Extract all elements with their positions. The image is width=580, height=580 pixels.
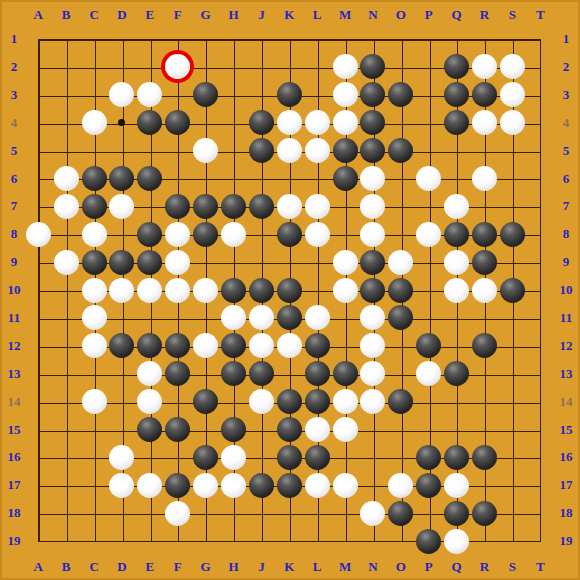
white-stone-Q17	[444, 473, 469, 498]
go-board-screen: ABCDEFGHJKLMNOPQRST ABCDEFGHJKLMNOPQRST …	[0, 0, 580, 580]
black-stone-M6	[333, 166, 358, 191]
row-labels-left: 12345678910111213141516171819	[2, 25, 26, 555]
point-K10	[275, 276, 303, 304]
empty-point-Q12[interactable]	[443, 332, 471, 360]
row-label-10: 10	[554, 276, 578, 304]
empty-point-T14[interactable]	[526, 388, 554, 416]
empty-point-C18[interactable]	[80, 499, 108, 527]
black-stone-F12	[165, 333, 190, 358]
white-stone-G10	[193, 278, 218, 303]
empty-point-H6[interactable]	[220, 165, 248, 193]
empty-point-L19[interactable]	[303, 527, 331, 555]
point-R3	[471, 81, 499, 109]
empty-point-S13[interactable]	[498, 360, 526, 388]
point-E9	[136, 248, 164, 276]
white-stone-K7	[277, 194, 302, 219]
point-B6	[52, 165, 80, 193]
empty-point-T11[interactable]	[526, 304, 554, 332]
point-O17	[387, 471, 415, 499]
empty-point-L3[interactable]	[303, 81, 331, 109]
empty-point-J1[interactable]	[247, 25, 275, 53]
white-stone-L4	[305, 110, 330, 135]
point-Q18	[443, 499, 471, 527]
empty-point-G4[interactable]	[192, 109, 220, 137]
white-stone-B7	[54, 194, 79, 219]
white-stone-G12	[193, 333, 218, 358]
empty-point-B16[interactable]	[52, 443, 80, 471]
point-C4	[80, 109, 108, 137]
black-stone-H13	[221, 361, 246, 386]
empty-point-O16[interactable]	[387, 443, 415, 471]
empty-point-T4[interactable]	[526, 109, 554, 137]
point-L7	[303, 192, 331, 220]
empty-point-A10[interactable]	[24, 276, 52, 304]
white-stone-E10	[137, 278, 162, 303]
empty-point-O6[interactable]	[387, 165, 415, 193]
empty-point-B19[interactable]	[52, 527, 80, 555]
empty-point-S5[interactable]	[498, 137, 526, 165]
empty-point-R19[interactable]	[471, 527, 499, 555]
empty-point-A4[interactable]	[24, 109, 52, 137]
empty-point-M19[interactable]	[331, 527, 359, 555]
empty-point-S18[interactable]	[498, 499, 526, 527]
empty-point-R5[interactable]	[471, 137, 499, 165]
black-stone-E8	[137, 222, 162, 247]
empty-point-P7[interactable]	[415, 192, 443, 220]
white-stone-A8	[26, 222, 51, 247]
black-stone-K16	[277, 445, 302, 470]
empty-point-E18[interactable]	[136, 499, 164, 527]
empty-point-F3[interactable]	[164, 81, 192, 109]
empty-point-K1[interactable]	[275, 25, 303, 53]
empty-point-E19[interactable]	[136, 527, 164, 555]
empty-point-M11[interactable]	[331, 304, 359, 332]
black-stone-J5	[249, 138, 274, 163]
empty-point-N16[interactable]	[359, 443, 387, 471]
black-stone-N5	[360, 138, 385, 163]
empty-point-T18[interactable]	[526, 499, 554, 527]
point-H16	[220, 443, 248, 471]
empty-point-B15[interactable]	[52, 416, 80, 444]
black-stone-K3	[277, 82, 302, 107]
empty-point-M7[interactable]	[331, 192, 359, 220]
empty-point-N1[interactable]	[359, 25, 387, 53]
empty-point-G18[interactable]	[192, 499, 220, 527]
empty-point-D13[interactable]	[108, 360, 136, 388]
empty-point-G1[interactable]	[192, 25, 220, 53]
empty-point-H4[interactable]	[220, 109, 248, 137]
empty-point-R7[interactable]	[471, 192, 499, 220]
empty-point-J19[interactable]	[247, 527, 275, 555]
empty-point-S16[interactable]	[498, 443, 526, 471]
empty-point-R15[interactable]	[471, 416, 499, 444]
empty-point-C5[interactable]	[80, 137, 108, 165]
empty-point-O13[interactable]	[387, 360, 415, 388]
empty-point-J3[interactable]	[247, 81, 275, 109]
empty-point-A1[interactable]	[24, 25, 52, 53]
black-stone-L14	[305, 389, 330, 414]
empty-point-H19[interactable]	[220, 527, 248, 555]
empty-point-E16[interactable]	[136, 443, 164, 471]
black-stone-O5	[388, 138, 413, 163]
row-label-8: 8	[554, 220, 578, 248]
empty-point-B14[interactable]	[52, 388, 80, 416]
empty-point-S19[interactable]	[498, 527, 526, 555]
point-J7	[247, 192, 275, 220]
empty-point-B1[interactable]	[52, 25, 80, 53]
empty-point-O8[interactable]	[387, 220, 415, 248]
row-label-11: 11	[2, 304, 26, 332]
empty-point-N19[interactable]	[359, 527, 387, 555]
empty-point-P9[interactable]	[415, 248, 443, 276]
point-M5	[331, 137, 359, 165]
empty-point-Q1[interactable]	[443, 25, 471, 53]
empty-point-C15[interactable]	[80, 416, 108, 444]
point-D17	[108, 471, 136, 499]
empty-point-N15[interactable]	[359, 416, 387, 444]
empty-point-P14[interactable]	[415, 388, 443, 416]
point-P16	[415, 443, 443, 471]
empty-point-S9[interactable]	[498, 248, 526, 276]
empty-point-F19[interactable]	[164, 527, 192, 555]
empty-point-S15[interactable]	[498, 416, 526, 444]
empty-point-J16[interactable]	[247, 443, 275, 471]
empty-point-E5[interactable]	[136, 137, 164, 165]
white-stone-R6	[472, 166, 497, 191]
empty-point-P5[interactable]	[415, 137, 443, 165]
empty-point-T17[interactable]	[526, 471, 554, 499]
white-stone-M4	[333, 110, 358, 135]
white-stone-N7	[360, 194, 385, 219]
empty-point-B5[interactable]	[52, 137, 80, 165]
empty-point-E2[interactable]	[136, 53, 164, 81]
board-intersections	[24, 25, 554, 555]
point-F12	[164, 332, 192, 360]
empty-point-P18[interactable]	[415, 499, 443, 527]
empty-point-S1[interactable]	[498, 25, 526, 53]
black-stone-O14	[388, 389, 413, 414]
empty-point-B8[interactable]	[52, 220, 80, 248]
empty-point-K9[interactable]	[275, 248, 303, 276]
column-label-G: G	[192, 557, 220, 577]
empty-point-E1[interactable]	[136, 25, 164, 53]
empty-point-F16[interactable]	[164, 443, 192, 471]
empty-point-J2[interactable]	[247, 53, 275, 81]
point-S10	[498, 276, 526, 304]
point-H12	[220, 332, 248, 360]
empty-point-T6[interactable]	[526, 165, 554, 193]
empty-point-S14[interactable]	[498, 388, 526, 416]
empty-point-B2[interactable]	[52, 53, 80, 81]
empty-point-T3[interactable]	[526, 81, 554, 109]
empty-point-D15[interactable]	[108, 416, 136, 444]
empty-point-A13[interactable]	[24, 360, 52, 388]
empty-point-P15[interactable]	[415, 416, 443, 444]
point-D6	[108, 165, 136, 193]
empty-point-R11[interactable]	[471, 304, 499, 332]
empty-point-T19[interactable]	[526, 527, 554, 555]
empty-point-H3[interactable]	[220, 81, 248, 109]
empty-point-A17[interactable]	[24, 471, 52, 499]
point-N5	[359, 137, 387, 165]
empty-point-P4[interactable]	[415, 109, 443, 137]
empty-point-T5[interactable]	[526, 137, 554, 165]
empty-point-A18[interactable]	[24, 499, 52, 527]
point-O11	[387, 304, 415, 332]
empty-point-B18[interactable]	[52, 499, 80, 527]
empty-point-K6[interactable]	[275, 165, 303, 193]
empty-point-T7[interactable]	[526, 192, 554, 220]
empty-point-C13[interactable]	[80, 360, 108, 388]
empty-point-K19[interactable]	[275, 527, 303, 555]
empty-point-R1[interactable]	[471, 25, 499, 53]
empty-point-D1[interactable]	[108, 25, 136, 53]
empty-point-G2[interactable]	[192, 53, 220, 81]
empty-point-C19[interactable]	[80, 527, 108, 555]
empty-point-A7[interactable]	[24, 192, 52, 220]
empty-point-B3[interactable]	[52, 81, 80, 109]
empty-point-R17[interactable]	[471, 471, 499, 499]
empty-point-L1[interactable]	[303, 25, 331, 53]
empty-point-M16[interactable]	[331, 443, 359, 471]
empty-point-A2[interactable]	[24, 53, 52, 81]
empty-point-D8[interactable]	[108, 220, 136, 248]
empty-point-J6[interactable]	[247, 165, 275, 193]
point-E3	[136, 81, 164, 109]
column-label-H: H	[220, 557, 248, 577]
empty-point-H18[interactable]	[220, 499, 248, 527]
empty-point-T10[interactable]	[526, 276, 554, 304]
empty-point-H5[interactable]	[220, 137, 248, 165]
empty-point-F11[interactable]	[164, 304, 192, 332]
empty-point-N17[interactable]	[359, 471, 387, 499]
point-C10	[80, 276, 108, 304]
point-H15	[220, 416, 248, 444]
column-label-C: C	[80, 557, 108, 577]
empty-point-G9[interactable]	[192, 248, 220, 276]
point-B7	[52, 192, 80, 220]
point-K7	[275, 192, 303, 220]
empty-point-P3[interactable]	[415, 81, 443, 109]
empty-point-F1[interactable]	[164, 25, 192, 53]
empty-point-L18[interactable]	[303, 499, 331, 527]
empty-point-Q6[interactable]	[443, 165, 471, 193]
empty-point-B11[interactable]	[52, 304, 80, 332]
point-A8	[24, 220, 52, 248]
empty-point-J8[interactable]	[247, 220, 275, 248]
empty-point-F6[interactable]	[164, 165, 192, 193]
column-label-L: L	[303, 5, 331, 25]
empty-point-P1[interactable]	[415, 25, 443, 53]
empty-point-S6[interactable]	[498, 165, 526, 193]
empty-point-M18[interactable]	[331, 499, 359, 527]
empty-point-A19[interactable]	[24, 527, 52, 555]
empty-point-K2[interactable]	[275, 53, 303, 81]
empty-point-H9[interactable]	[220, 248, 248, 276]
empty-point-L10[interactable]	[303, 276, 331, 304]
column-label-R: R	[471, 557, 499, 577]
point-Q16	[443, 443, 471, 471]
white-stone-G17	[193, 473, 218, 498]
column-labels-top: ABCDEFGHJKLMNOPQRST	[24, 5, 554, 25]
empty-point-H2[interactable]	[220, 53, 248, 81]
white-stone-H11	[221, 305, 246, 330]
empty-point-O15[interactable]	[387, 416, 415, 444]
empty-point-P10[interactable]	[415, 276, 443, 304]
empty-point-G15[interactable]	[192, 416, 220, 444]
empty-point-Q15[interactable]	[443, 416, 471, 444]
empty-point-D14[interactable]	[108, 388, 136, 416]
empty-point-P11[interactable]	[415, 304, 443, 332]
point-D10	[108, 276, 136, 304]
empty-point-A16[interactable]	[24, 443, 52, 471]
point-R4	[471, 109, 499, 137]
empty-point-D4[interactable]	[108, 109, 136, 137]
row-label-18: 18	[2, 499, 26, 527]
empty-point-L6[interactable]	[303, 165, 331, 193]
empty-point-D18[interactable]	[108, 499, 136, 527]
empty-point-G6[interactable]	[192, 165, 220, 193]
empty-point-S17[interactable]	[498, 471, 526, 499]
black-stone-N3	[360, 82, 385, 107]
empty-point-J18[interactable]	[247, 499, 275, 527]
empty-point-T9[interactable]	[526, 248, 554, 276]
empty-point-S7[interactable]	[498, 192, 526, 220]
empty-point-G11[interactable]	[192, 304, 220, 332]
empty-point-M1[interactable]	[331, 25, 359, 53]
empty-point-D2[interactable]	[108, 53, 136, 81]
white-stone-H16	[221, 445, 246, 470]
column-label-O: O	[387, 5, 415, 25]
empty-point-B4[interactable]	[52, 109, 80, 137]
column-label-F: F	[164, 5, 192, 25]
empty-point-E7[interactable]	[136, 192, 164, 220]
empty-point-T1[interactable]	[526, 25, 554, 53]
empty-point-K13[interactable]	[275, 360, 303, 388]
column-label-O: O	[387, 557, 415, 577]
empty-point-R14[interactable]	[471, 388, 499, 416]
black-stone-Q2	[444, 54, 469, 79]
empty-point-D19[interactable]	[108, 527, 136, 555]
empty-point-S11[interactable]	[498, 304, 526, 332]
white-stone-B9	[54, 250, 79, 275]
empty-point-M12[interactable]	[331, 332, 359, 360]
point-F4	[164, 109, 192, 137]
empty-point-T12[interactable]	[526, 332, 554, 360]
empty-point-G13[interactable]	[192, 360, 220, 388]
empty-point-D11[interactable]	[108, 304, 136, 332]
black-stone-M13	[333, 361, 358, 386]
empty-point-J15[interactable]	[247, 416, 275, 444]
point-Q2	[443, 53, 471, 81]
empty-point-C16[interactable]	[80, 443, 108, 471]
white-stone-G5	[193, 138, 218, 163]
white-stone-P6	[416, 166, 441, 191]
empty-point-K18[interactable]	[275, 499, 303, 527]
black-stone-L12	[305, 333, 330, 358]
empty-point-T15[interactable]	[526, 416, 554, 444]
empty-point-C17[interactable]	[80, 471, 108, 499]
empty-point-O7[interactable]	[387, 192, 415, 220]
empty-point-M8[interactable]	[331, 220, 359, 248]
empty-point-D5[interactable]	[108, 137, 136, 165]
empty-point-A14[interactable]	[24, 388, 52, 416]
empty-point-L2[interactable]	[303, 53, 331, 81]
empty-point-C3[interactable]	[80, 81, 108, 109]
point-J17	[247, 471, 275, 499]
empty-point-C1[interactable]	[80, 25, 108, 53]
white-stone-M3	[333, 82, 358, 107]
empty-point-O1[interactable]	[387, 25, 415, 53]
empty-point-C2[interactable]	[80, 53, 108, 81]
empty-point-O19[interactable]	[387, 527, 415, 555]
white-stone-F8	[165, 222, 190, 247]
point-R6	[471, 165, 499, 193]
point-P6	[415, 165, 443, 193]
empty-point-B10[interactable]	[52, 276, 80, 304]
row-label-1: 1	[554, 25, 578, 53]
empty-point-A11[interactable]	[24, 304, 52, 332]
row-label-3: 3	[2, 81, 26, 109]
empty-point-Q5[interactable]	[443, 137, 471, 165]
empty-point-O12[interactable]	[387, 332, 415, 360]
white-stone-D7	[109, 194, 134, 219]
empty-point-B17[interactable]	[52, 471, 80, 499]
empty-point-F5[interactable]	[164, 137, 192, 165]
white-stone-K4	[277, 110, 302, 135]
empty-point-A6[interactable]	[24, 165, 52, 193]
black-stone-K8	[277, 222, 302, 247]
empty-point-H1[interactable]	[220, 25, 248, 53]
empty-point-A3[interactable]	[24, 81, 52, 109]
empty-point-A5[interactable]	[24, 137, 52, 165]
empty-point-G19[interactable]	[192, 527, 220, 555]
point-G17	[192, 471, 220, 499]
empty-point-O2[interactable]	[387, 53, 415, 81]
empty-point-H14[interactable]	[220, 388, 248, 416]
empty-point-B12[interactable]	[52, 332, 80, 360]
empty-point-P2[interactable]	[415, 53, 443, 81]
empty-point-T16[interactable]	[526, 443, 554, 471]
column-label-S: S	[498, 5, 526, 25]
empty-point-R13[interactable]	[471, 360, 499, 388]
empty-point-Q11[interactable]	[443, 304, 471, 332]
point-P17	[415, 471, 443, 499]
empty-point-S12[interactable]	[498, 332, 526, 360]
empty-point-A12[interactable]	[24, 332, 52, 360]
point-L11	[303, 304, 331, 332]
empty-point-O4[interactable]	[387, 109, 415, 137]
empty-point-A15[interactable]	[24, 416, 52, 444]
point-K3	[275, 81, 303, 109]
white-stone-L11	[305, 305, 330, 330]
empty-point-T2[interactable]	[526, 53, 554, 81]
white-stone-D10	[109, 278, 134, 303]
empty-point-L9[interactable]	[303, 248, 331, 276]
point-B9	[52, 248, 80, 276]
empty-point-F14[interactable]	[164, 388, 192, 416]
point-E14	[136, 388, 164, 416]
empty-point-Q14[interactable]	[443, 388, 471, 416]
empty-point-E11[interactable]	[136, 304, 164, 332]
empty-point-B13[interactable]	[52, 360, 80, 388]
empty-point-A9[interactable]	[24, 248, 52, 276]
empty-point-J9[interactable]	[247, 248, 275, 276]
white-stone-C10	[82, 278, 107, 303]
empty-point-T13[interactable]	[526, 360, 554, 388]
point-J11	[247, 304, 275, 332]
empty-point-T8[interactable]	[526, 220, 554, 248]
